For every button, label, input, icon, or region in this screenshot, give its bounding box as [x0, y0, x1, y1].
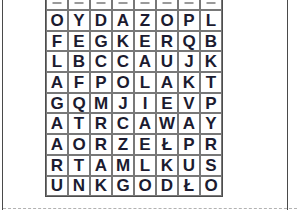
grid-cell: R — [46, 155, 68, 176]
grid-cell: F — [46, 31, 68, 52]
grid-cell: W — [156, 113, 178, 134]
grid-cell-cutoff — [112, 0, 134, 10]
grid-cell-cutoff — [200, 0, 222, 10]
dashed-cut-line — [3, 208, 297, 209]
grid-cell: U — [178, 155, 200, 176]
grid-cell: C — [90, 51, 112, 72]
grid-cell: Q — [68, 93, 90, 114]
grid-cell: A — [156, 72, 178, 93]
grid-cell: P — [178, 10, 200, 31]
grid-cell: C — [112, 113, 134, 134]
letter-fragment — [75, 2, 84, 4]
grid-cell: M — [90, 93, 112, 114]
grid-cell: A — [46, 134, 68, 155]
grid-cell: N — [68, 176, 90, 197]
grid-cell: B — [200, 31, 222, 52]
grid-cell: K — [90, 176, 112, 197]
grid-cell-cutoff — [68, 0, 90, 10]
grid-cell: J — [178, 51, 200, 72]
page-border-right — [287, 0, 288, 210]
grid-cell: L — [134, 155, 156, 176]
grid-cell-cutoff — [134, 0, 156, 10]
grid-cell: Z — [134, 10, 156, 31]
grid-cell: P — [178, 134, 200, 155]
grid-cell: C — [112, 51, 134, 72]
grid-cell: O — [46, 10, 68, 31]
word-search-grid: OYDAZOPLFEGKERQBLBCCAUJKAFPOLAKTGQMJIEVP… — [45, 0, 223, 197]
letter-fragment — [185, 2, 194, 4]
grid-cell: O — [200, 176, 222, 197]
grid-cell: L — [134, 72, 156, 93]
letter-fragment — [141, 2, 150, 4]
grid-cell: A — [134, 113, 156, 134]
grid-cell-cutoff — [90, 0, 112, 10]
grid-cell: E — [68, 31, 90, 52]
grid-cell: I — [134, 93, 156, 114]
grid-cell: A — [112, 10, 134, 31]
grid-cell: A — [134, 51, 156, 72]
grid-cell: R — [200, 134, 222, 155]
grid-cell: E — [134, 134, 156, 155]
grid-cell: B — [68, 51, 90, 72]
grid-cell: M — [112, 155, 134, 176]
grid-cell: S — [200, 155, 222, 176]
grid-cell: A — [178, 113, 200, 134]
letter-fragment — [53, 2, 62, 4]
page-border-left — [2, 0, 3, 210]
grid-cell: G — [112, 176, 134, 197]
grid-cell: P — [200, 93, 222, 114]
grid-cell: R — [156, 31, 178, 52]
grid-cell: T — [68, 113, 90, 134]
grid-cell: U — [46, 176, 68, 197]
grid-cell: Z — [112, 134, 134, 155]
grid-cell: D — [156, 176, 178, 197]
grid-cell: R — [90, 113, 112, 134]
letter-fragment — [207, 2, 216, 4]
grid-cell: K — [112, 31, 134, 52]
grid-cell: E — [134, 31, 156, 52]
grid-cell: K — [200, 51, 222, 72]
grid-cell: T — [68, 155, 90, 176]
grid-cell: L — [200, 10, 222, 31]
grid-cell: E — [156, 93, 178, 114]
grid-cell: Y — [200, 113, 222, 134]
grid-cell: G — [46, 93, 68, 114]
grid-cell: Ł — [178, 176, 200, 197]
grid-cell: O — [134, 176, 156, 197]
grid-cell: O — [156, 10, 178, 31]
grid-cell: K — [156, 155, 178, 176]
grid-cell: A — [90, 155, 112, 176]
worksheet-page: OYDAZOPLFEGKERQBLBCCAUJKAFPOLAKTGQMJIEVP… — [0, 0, 300, 210]
letter-fragment — [97, 2, 106, 4]
grid-cell: D — [90, 10, 112, 31]
grid-cell: K — [178, 72, 200, 93]
grid-cell: Q — [178, 31, 200, 52]
grid-cell: A — [46, 113, 68, 134]
grid-cell: Ł — [156, 134, 178, 155]
grid-cell: V — [178, 93, 200, 114]
grid-cell-cutoff — [46, 0, 68, 10]
letter-fragment — [163, 2, 172, 4]
grid-cell: P — [90, 72, 112, 93]
grid-cell: J — [112, 93, 134, 114]
grid-cell: G — [90, 31, 112, 52]
grid-cell: O — [68, 134, 90, 155]
grid-cell: L — [46, 51, 68, 72]
grid-cell: T — [200, 72, 222, 93]
grid-cell-cutoff — [156, 0, 178, 10]
grid-cell: A — [46, 72, 68, 93]
grid-cell: Y — [68, 10, 90, 31]
grid-cell: O — [112, 72, 134, 93]
grid-cell: U — [156, 51, 178, 72]
grid-cell-cutoff — [178, 0, 200, 10]
grid-cell: F — [68, 72, 90, 93]
letter-fragment — [119, 2, 128, 4]
grid-cell: R — [90, 134, 112, 155]
